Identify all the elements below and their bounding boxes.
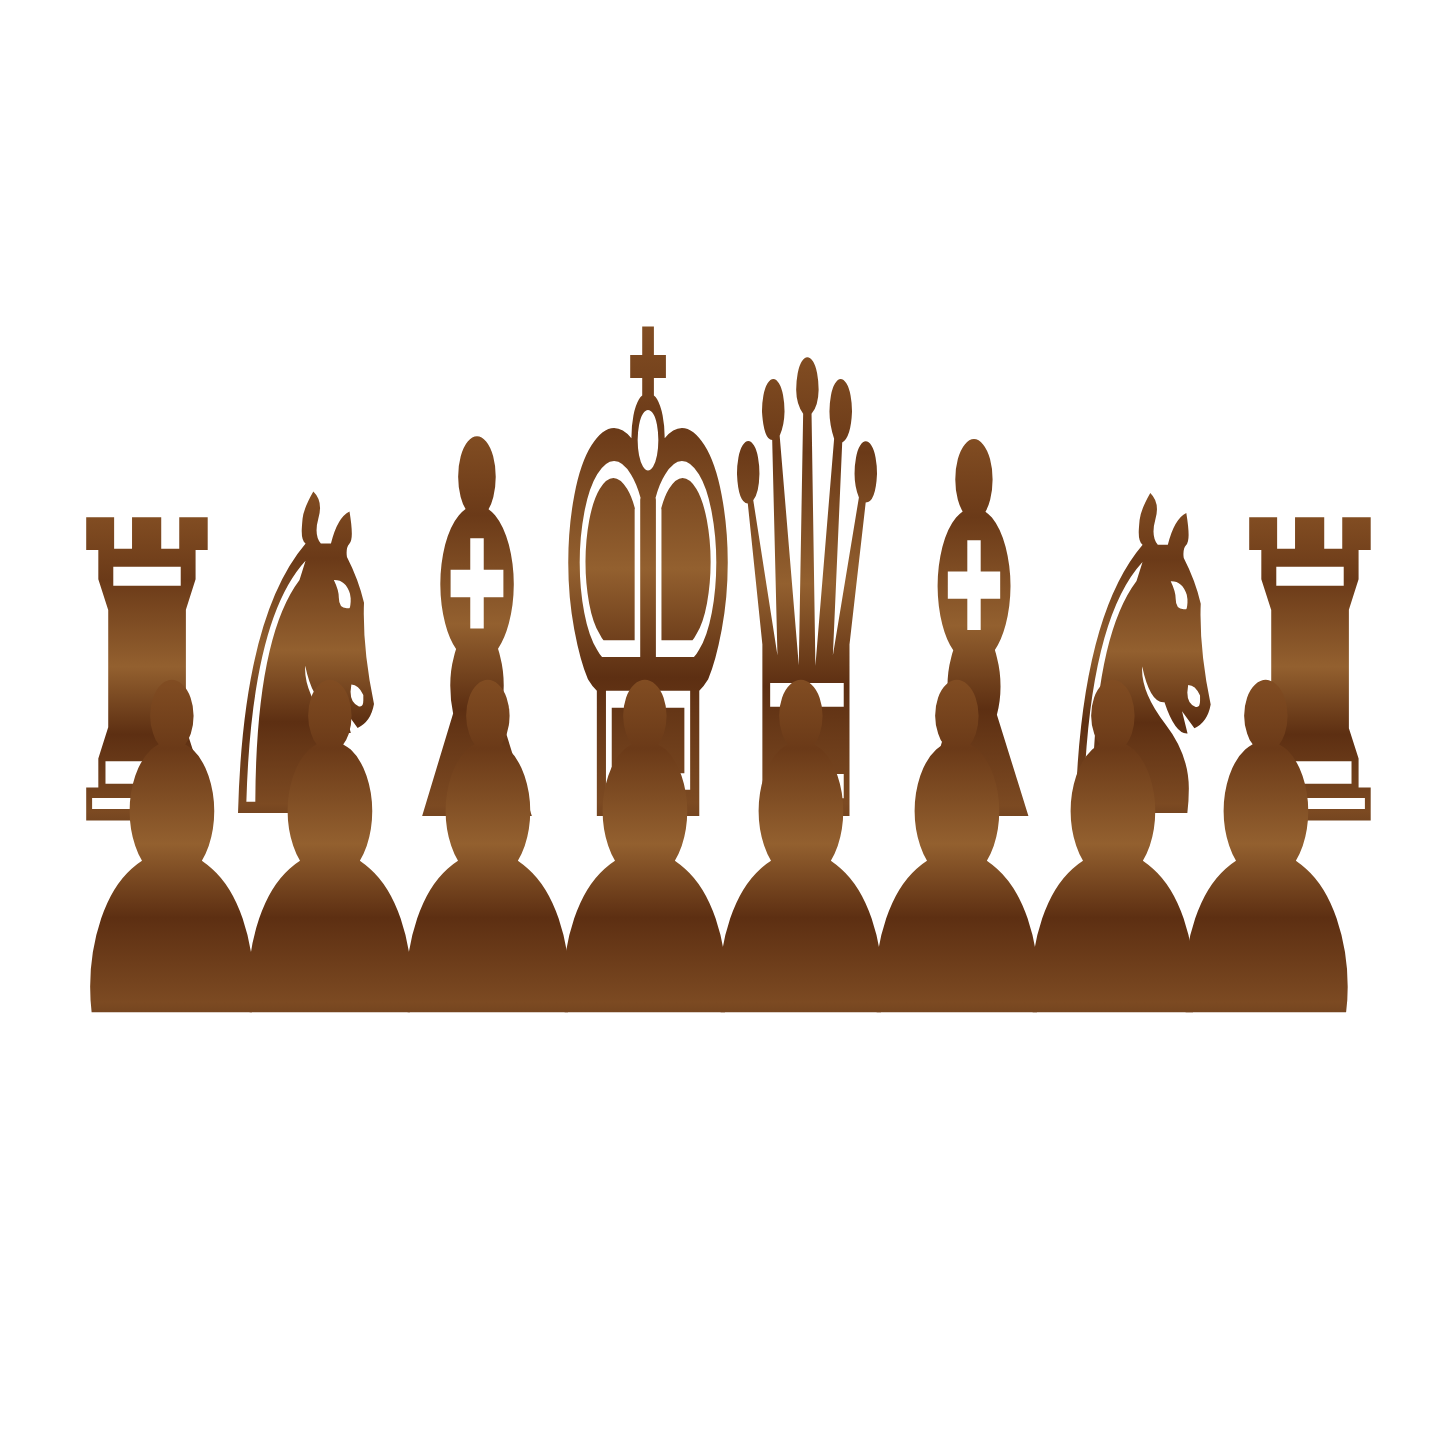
piece-pawn-8: ♟ <box>1144 590 1389 1119</box>
chess-pieces-canvas: ♜♞♝♚♛♝♞♜ ♟♟♟♟♟♟♟♟ <box>0 0 1445 1445</box>
pawn-row-pieces: ♟♟♟♟♟♟♟♟ <box>50 590 1389 1119</box>
chess-pieces-product-photo: ♜♞♝♚♛♝♞♜ ♟♟♟♟♟♟♟♟ <box>0 0 1445 1445</box>
